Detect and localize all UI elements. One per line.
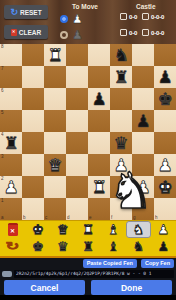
cancel-button[interactable]: Cancel bbox=[4, 280, 85, 295]
black-to-move-radio[interactable] bbox=[60, 31, 68, 39]
palette-black-queen[interactable]: ♛ bbox=[50, 238, 75, 255]
square-f6[interactable] bbox=[110, 88, 132, 110]
palette-white-rook[interactable]: ♜ bbox=[75, 221, 100, 238]
black-bishop-icon: ♝ bbox=[107, 238, 119, 255]
square-d6[interactable] bbox=[66, 88, 88, 110]
palette-white-queen[interactable]: ♛ bbox=[50, 221, 75, 238]
black-oo-label: 0-0 bbox=[129, 30, 137, 36]
palette-white-king[interactable]: ♚ bbox=[25, 221, 50, 238]
square-b8[interactable] bbox=[22, 44, 44, 66]
topbar: ↻ RESET ✕ CLEAR To Move ♟ ♟ Castle 0-0 0… bbox=[0, 0, 176, 44]
square-g1[interactable]: g bbox=[132, 198, 154, 220]
white-queen-icon: ♛ bbox=[57, 221, 69, 238]
white-oo-label: 0-0 bbox=[129, 14, 137, 20]
square-f5[interactable] bbox=[110, 110, 132, 132]
white-oo-checkbox[interactable] bbox=[120, 13, 127, 20]
square-a6[interactable]: 6 bbox=[0, 88, 22, 110]
square-e4[interactable] bbox=[88, 132, 110, 154]
fen-text-field[interactable]: 2R2n2/5r1p/4p2k/6p1/r4q2/2Q2P1P/P3R1PK/8… bbox=[14, 270, 174, 278]
reset-label: RESET bbox=[20, 9, 42, 16]
palette-white-knight[interactable]: ♞ bbox=[126, 221, 151, 238]
square-e6[interactable]: ♟ bbox=[88, 88, 110, 110]
action-row: Cancel Done bbox=[0, 278, 176, 295]
rank-label-5: 5 bbox=[1, 110, 4, 115]
square-h1[interactable]: h bbox=[154, 198, 176, 220]
square-f3[interactable]: ♟ bbox=[110, 154, 132, 176]
square-g6[interactable] bbox=[132, 88, 154, 110]
copy-fen-button[interactable]: Copy Fen bbox=[141, 259, 174, 268]
white-pawn-h3: ♟ bbox=[154, 154, 176, 176]
square-d3[interactable] bbox=[66, 154, 88, 176]
square-e7[interactable] bbox=[88, 66, 110, 88]
black-rook-icon: ♜ bbox=[82, 238, 94, 255]
square-h8[interactable] bbox=[154, 44, 176, 66]
black-pawn-icon: ♟ bbox=[158, 238, 170, 255]
fen-row: 2R2n2/5r1p/4p2k/6p1/r4q2/2Q2P1P/P3R1PK/8… bbox=[0, 269, 176, 278]
square-e1[interactable]: e bbox=[88, 198, 110, 220]
square-b7[interactable] bbox=[22, 66, 44, 88]
palette-black-king[interactable]: ♚ bbox=[25, 238, 50, 255]
black-ooo-label: 0-0-0 bbox=[151, 30, 164, 36]
square-f1[interactable]: f bbox=[110, 198, 132, 220]
palette-black-knight[interactable]: ♞ bbox=[126, 238, 151, 255]
square-d1[interactable]: d bbox=[66, 198, 88, 220]
square-h7[interactable]: ♟ bbox=[154, 66, 176, 88]
black-king-icon: ♚ bbox=[32, 238, 44, 255]
to-move-label: To Move bbox=[72, 3, 98, 10]
move-tool-icon: ↻ bbox=[6, 241, 20, 252]
white-rook-e2: ♜ bbox=[88, 176, 110, 198]
delete-tool-icon: ✕ bbox=[8, 223, 18, 236]
rank-label-2: 2 bbox=[1, 176, 4, 181]
white-ooo-checkbox[interactable] bbox=[142, 13, 149, 20]
square-f7[interactable]: ♜ bbox=[110, 66, 132, 88]
lower-panel: Paste Copied Fen Copy Fen 2R2n2/5r1p/4p2… bbox=[0, 258, 176, 300]
square-e3[interactable] bbox=[88, 154, 110, 176]
done-button[interactable]: Done bbox=[91, 280, 172, 295]
square-g2[interactable]: ♟ bbox=[132, 176, 154, 198]
palette-delete-tool[interactable]: ✕ bbox=[0, 221, 25, 238]
square-f8[interactable]: ♞ bbox=[110, 44, 132, 66]
palette-row-1: ✕♚♛♜♝♞♟ bbox=[0, 221, 176, 238]
black-king-h6: ♚ bbox=[154, 88, 176, 110]
fen-field-icon bbox=[2, 271, 12, 277]
clear-label: CLEAR bbox=[19, 29, 41, 36]
square-b4[interactable] bbox=[22, 132, 44, 154]
piece-palette: ✕♚♛♜♝♞♟↻♚♛♜♝♞♟ bbox=[0, 220, 176, 258]
square-c7[interactable] bbox=[44, 66, 66, 88]
castle-label: Castle bbox=[136, 3, 156, 10]
square-c8[interactable]: ♜ bbox=[44, 44, 66, 66]
white-knight-icon: ♞ bbox=[132, 221, 144, 238]
square-g5[interactable]: ♟ bbox=[132, 110, 154, 132]
palette-black-bishop[interactable]: ♝ bbox=[101, 238, 126, 255]
reset-icon: ↻ bbox=[10, 8, 18, 17]
square-f4[interactable]: ♛ bbox=[110, 132, 132, 154]
palette-white-pawn[interactable]: ♟ bbox=[151, 221, 176, 238]
palette-white-bishop[interactable]: ♝ bbox=[101, 221, 126, 238]
castle-black-row: 0-0 0-0-0 bbox=[120, 29, 167, 36]
square-c6[interactable] bbox=[44, 88, 66, 110]
square-g7[interactable] bbox=[132, 66, 154, 88]
square-h3[interactable]: ♟ bbox=[154, 154, 176, 176]
white-queen-c3: ♛ bbox=[44, 154, 66, 176]
square-g3[interactable] bbox=[132, 154, 154, 176]
square-c5[interactable] bbox=[44, 110, 66, 132]
white-rook-c8: ♜ bbox=[44, 44, 66, 66]
square-d4[interactable] bbox=[66, 132, 88, 154]
white-pawn-icon: ♟ bbox=[72, 13, 83, 25]
palette-black-rook[interactable]: ♜ bbox=[75, 238, 100, 255]
black-knight-icon: ♞ bbox=[132, 238, 144, 255]
black-ooo-checkbox[interactable] bbox=[142, 29, 149, 36]
black-pawn-h7: ♟ bbox=[154, 66, 176, 88]
square-e8[interactable] bbox=[88, 44, 110, 66]
black-pawn-e6: ♟ bbox=[88, 88, 110, 110]
square-h5[interactable] bbox=[154, 110, 176, 132]
square-g4[interactable] bbox=[132, 132, 154, 154]
white-to-move-radio[interactable] bbox=[60, 15, 68, 23]
white-ooo-label: 0-0-0 bbox=[151, 14, 164, 20]
white-bishop-icon: ♝ bbox=[107, 221, 119, 238]
square-a4[interactable]: 4♜ bbox=[0, 132, 22, 154]
rank-label-6: 6 bbox=[1, 88, 4, 93]
square-c1[interactable]: c bbox=[44, 198, 66, 220]
square-c3[interactable]: ♛ bbox=[44, 154, 66, 176]
square-a2[interactable]: 2♟ bbox=[0, 176, 22, 198]
square-b1[interactable]: b bbox=[22, 198, 44, 220]
square-a5[interactable]: 5 bbox=[0, 110, 22, 132]
white-pawn-icon: ♟ bbox=[158, 221, 170, 238]
white-pawn-f3: ♟ bbox=[110, 154, 132, 176]
square-d2[interactable] bbox=[66, 176, 88, 198]
square-d5[interactable] bbox=[66, 110, 88, 132]
board-editor-app: ↻ RESET ✕ CLEAR To Move ♟ ♟ Castle 0-0 0… bbox=[0, 0, 176, 300]
rank-label-8: 8 bbox=[1, 44, 4, 49]
square-a3[interactable]: 3 bbox=[0, 154, 22, 176]
white-king-icon: ♚ bbox=[32, 221, 44, 238]
square-e2[interactable]: ♜ bbox=[88, 176, 110, 198]
square-d7[interactable] bbox=[66, 66, 88, 88]
square-b5[interactable] bbox=[22, 110, 44, 132]
to-move-white-option[interactable]: ♟ bbox=[60, 13, 83, 25]
black-oo-checkbox[interactable] bbox=[120, 29, 127, 36]
castle-white-row: 0-0 0-0-0 bbox=[120, 13, 167, 20]
square-g8[interactable] bbox=[132, 44, 154, 66]
rank-label-7: 7 bbox=[1, 66, 4, 71]
black-queen-f4: ♛ bbox=[110, 132, 132, 154]
square-b6[interactable] bbox=[22, 88, 44, 110]
black-queen-icon: ♛ bbox=[57, 238, 69, 255]
fen-button-row: Paste Copied Fen Copy Fen bbox=[0, 258, 176, 269]
black-knight-f8: ♞ bbox=[110, 44, 132, 66]
square-d8[interactable] bbox=[66, 44, 88, 66]
palette-row-2: ↻♚♛♜♝♞♟ bbox=[0, 238, 176, 255]
square-e5[interactable] bbox=[88, 110, 110, 132]
square-h2[interactable]: ♚ bbox=[154, 176, 176, 198]
square-c2[interactable] bbox=[44, 176, 66, 198]
black-rook-f7: ♜ bbox=[110, 66, 132, 88]
square-b3[interactable] bbox=[22, 154, 44, 176]
to-move-black-option[interactable]: ♟ bbox=[60, 29, 83, 41]
white-rook-icon: ♜ bbox=[82, 221, 94, 238]
bottom-strip bbox=[0, 295, 176, 300]
palette-black-pawn[interactable]: ♟ bbox=[151, 238, 176, 255]
reset-button[interactable]: ↻ RESET bbox=[4, 5, 48, 19]
white-pawn-g2: ♟ bbox=[132, 176, 154, 198]
black-pawn-icon: ♟ bbox=[72, 29, 83, 41]
square-h4[interactable] bbox=[154, 132, 176, 154]
white-king-h2: ♚ bbox=[154, 176, 176, 198]
square-b2[interactable] bbox=[22, 176, 44, 198]
rank-label-4: 4 bbox=[1, 132, 4, 137]
clear-button[interactable]: ✕ CLEAR bbox=[4, 25, 48, 39]
square-f2[interactable] bbox=[110, 176, 132, 198]
rank-label-1: 1 bbox=[1, 198, 4, 203]
chess-board: 8♜♞7♜♟6♟♚5♟4♜♛3♛♟♟2♟♜♟♚1abcdefgh bbox=[0, 44, 176, 220]
black-pawn-g5: ♟ bbox=[132, 110, 154, 132]
trash-icon: ✕ bbox=[11, 29, 17, 36]
square-h6[interactable]: ♚ bbox=[154, 88, 176, 110]
square-c4[interactable] bbox=[44, 132, 66, 154]
palette-move-tool[interactable]: ↻ bbox=[0, 238, 25, 255]
square-a1[interactable]: 1a bbox=[0, 198, 22, 220]
rank-label-3: 3 bbox=[1, 154, 4, 159]
paste-fen-button[interactable]: Paste Copied Fen bbox=[83, 259, 137, 268]
square-a8[interactable]: 8 bbox=[0, 44, 22, 66]
square-a7[interactable]: 7 bbox=[0, 66, 22, 88]
